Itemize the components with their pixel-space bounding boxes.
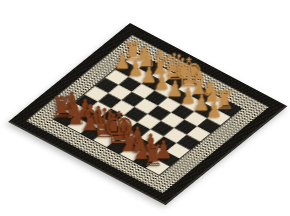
inlay-border: ♜♞♝♛♚♝♞♜♟♟♟♟♟♟♟♟♟♟♟♟♟♟♟♟♜♞♝♛♚♝♞♜ bbox=[26, 35, 268, 193]
piece-black-rook: ♜ bbox=[142, 142, 164, 171]
board-grid: ♜♞♝♛♚♝♞♜♟♟♟♟♟♟♟♟♟♟♟♟♟♟♟♟♜♞♝♛♚♝♞♜ bbox=[52, 52, 242, 176]
chessboard: ♜♞♝♛♚♝♞♜♟♟♟♟♟♟♟♟♟♟♟♟♟♟♟♟♜♞♝♛♚♝♞♜ bbox=[8, 23, 287, 205]
chess-set-photo: ♜♞♝♛♚♝♞♜♟♟♟♟♟♟♟♟♟♟♟♟♟♟♟♟♜♞♝♛♚♝♞♜ bbox=[0, 0, 290, 216]
piece-white-pawn: ♟ bbox=[204, 99, 226, 121]
